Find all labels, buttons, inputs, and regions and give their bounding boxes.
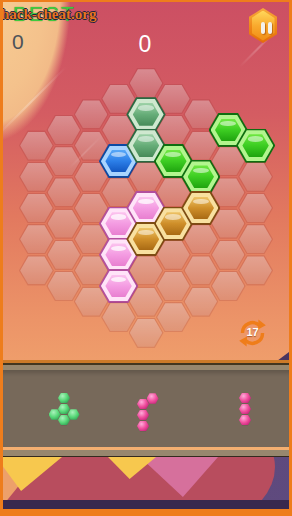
hex-dot <box>239 393 251 403</box>
current-score-value: 0 <box>139 31 152 58</box>
frame-border <box>0 0 292 2</box>
piece-tray <box>0 360 292 457</box>
hex-cell[interactable] <box>46 271 81 301</box>
hex-dot <box>49 409 61 419</box>
frame-border <box>289 0 292 516</box>
hex-cell[interactable] <box>101 302 136 332</box>
hex-cell[interactable] <box>183 286 218 316</box>
frame-border <box>0 509 292 516</box>
frame-border <box>0 0 3 516</box>
rotate-button[interactable]: 17 <box>236 316 269 349</box>
hex-cell[interactable] <box>74 99 109 129</box>
hex-dot <box>147 393 159 403</box>
hex-cell[interactable] <box>46 146 81 176</box>
hex-cell[interactable] <box>46 208 81 238</box>
hex-cell[interactable] <box>211 240 246 270</box>
hex-cell[interactable] <box>238 224 273 254</box>
hex-cell[interactable] <box>238 255 273 285</box>
hex-cell[interactable] <box>46 115 81 145</box>
hex-cell[interactable] <box>19 255 54 285</box>
game-screen: BEST 0 0 hack-cheat.org 17 <box>0 0 292 516</box>
hex-dot <box>239 404 251 414</box>
hex-cell[interactable] <box>19 224 54 254</box>
hex-cell[interactable] <box>46 177 81 207</box>
pause-icon <box>252 11 275 41</box>
hex-cell[interactable] <box>156 271 191 301</box>
hex-cell[interactable] <box>238 193 273 223</box>
tray-piece-2-pink[interactable] <box>129 392 179 444</box>
hex-cell[interactable] <box>19 193 54 223</box>
hex-dot <box>68 409 80 419</box>
hex-dot <box>137 399 149 409</box>
hex-cell[interactable] <box>19 130 54 160</box>
hex-cell[interactable] <box>156 302 191 332</box>
bottom-background-art <box>0 457 292 509</box>
hex-dot <box>58 404 70 414</box>
tray-piece-1-green[interactable] <box>41 381 91 433</box>
hex-cell[interactable] <box>129 318 164 348</box>
hex-cell[interactable] <box>46 240 81 270</box>
hex-cell[interactable] <box>238 162 273 192</box>
hex-dot <box>137 410 149 420</box>
hex-dot <box>58 393 70 403</box>
hex-dot <box>58 415 70 425</box>
hex-cell[interactable] <box>129 68 164 98</box>
watermark-text: hack-cheat.org <box>1 6 96 23</box>
best-score-value: 0 <box>12 30 24 54</box>
piece-tray-body <box>0 370 292 447</box>
hex-cell[interactable] <box>211 271 246 301</box>
hex-cell[interactable] <box>183 255 218 285</box>
hex-dot <box>239 415 251 425</box>
tray-piece-3-pink[interactable] <box>231 386 281 438</box>
hex-dot <box>137 421 149 431</box>
rotations-left-count: 17 <box>236 316 269 349</box>
hex-cell[interactable] <box>19 162 54 192</box>
